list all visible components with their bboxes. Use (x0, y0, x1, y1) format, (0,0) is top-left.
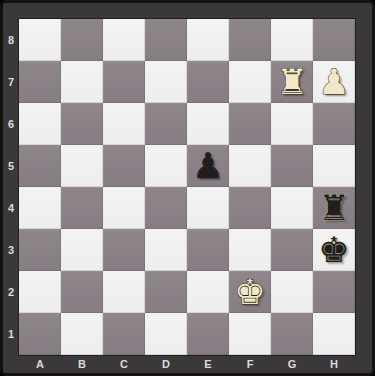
square-c4[interactable] (103, 187, 145, 229)
square-g5[interactable] (271, 145, 313, 187)
square-d8[interactable] (145, 19, 187, 61)
piece-black-rook[interactable]: ♜ (318, 187, 349, 229)
square-e8[interactable] (187, 19, 229, 61)
square-f2[interactable]: ♚ (229, 271, 271, 313)
piece-black-pawn[interactable]: ♟ (192, 145, 223, 187)
square-c2[interactable] (103, 271, 145, 313)
square-e1[interactable] (187, 313, 229, 355)
chess-diagram: 87654321 ♜♟♟♜♚♚ ABCDEFGH (0, 0, 375, 376)
square-b3[interactable] (61, 229, 103, 271)
rank-labels: 87654321 (3, 19, 19, 355)
square-b6[interactable] (61, 103, 103, 145)
square-h4[interactable]: ♜ (313, 187, 355, 229)
square-h1[interactable] (313, 313, 355, 355)
square-d7[interactable] (145, 61, 187, 103)
file-label-f: F (229, 355, 271, 373)
square-a2[interactable] (19, 271, 61, 313)
piece-white-king[interactable]: ♚ (234, 271, 265, 313)
square-c3[interactable] (103, 229, 145, 271)
square-e2[interactable] (187, 271, 229, 313)
square-h7[interactable]: ♟ (313, 61, 355, 103)
square-h3[interactable]: ♚ (313, 229, 355, 271)
rank-label-8: 8 (3, 19, 19, 61)
square-d5[interactable] (145, 145, 187, 187)
rank-label-5: 5 (3, 145, 19, 187)
piece-white-pawn[interactable]: ♟ (318, 61, 349, 103)
square-f1[interactable] (229, 313, 271, 355)
square-c8[interactable] (103, 19, 145, 61)
square-h2[interactable] (313, 271, 355, 313)
square-a8[interactable] (19, 19, 61, 61)
file-label-b: B (61, 355, 103, 373)
square-d6[interactable] (145, 103, 187, 145)
square-a3[interactable] (19, 229, 61, 271)
square-f5[interactable] (229, 145, 271, 187)
square-f7[interactable] (229, 61, 271, 103)
square-b1[interactable] (61, 313, 103, 355)
square-g4[interactable] (271, 187, 313, 229)
square-g2[interactable] (271, 271, 313, 313)
file-label-c: C (103, 355, 145, 373)
rank-label-4: 4 (3, 187, 19, 229)
square-f6[interactable] (229, 103, 271, 145)
file-label-d: D (145, 355, 187, 373)
chess-board: ♜♟♟♜♚♚ (19, 19, 355, 355)
square-d2[interactable] (145, 271, 187, 313)
square-g1[interactable] (271, 313, 313, 355)
square-a5[interactable] (19, 145, 61, 187)
square-e6[interactable] (187, 103, 229, 145)
square-f4[interactable] (229, 187, 271, 229)
piece-white-rook[interactable]: ♜ (276, 61, 307, 103)
square-b8[interactable] (61, 19, 103, 61)
square-d4[interactable] (145, 187, 187, 229)
file-labels: ABCDEFGH (19, 355, 355, 373)
square-f3[interactable] (229, 229, 271, 271)
piece-black-king[interactable]: ♚ (318, 229, 349, 271)
rank-label-1: 1 (3, 313, 19, 355)
file-label-a: A (19, 355, 61, 373)
square-a4[interactable] (19, 187, 61, 229)
square-g3[interactable] (271, 229, 313, 271)
rank-label-2: 2 (3, 271, 19, 313)
square-b4[interactable] (61, 187, 103, 229)
square-c7[interactable] (103, 61, 145, 103)
square-e3[interactable] (187, 229, 229, 271)
square-h6[interactable] (313, 103, 355, 145)
square-b5[interactable] (61, 145, 103, 187)
square-d1[interactable] (145, 313, 187, 355)
square-e7[interactable] (187, 61, 229, 103)
file-label-h: H (313, 355, 355, 373)
square-g8[interactable] (271, 19, 313, 61)
square-d3[interactable] (145, 229, 187, 271)
square-a1[interactable] (19, 313, 61, 355)
rank-label-3: 3 (3, 229, 19, 271)
square-a7[interactable] (19, 61, 61, 103)
file-label-g: G (271, 355, 313, 373)
square-c6[interactable] (103, 103, 145, 145)
square-b2[interactable] (61, 271, 103, 313)
square-c1[interactable] (103, 313, 145, 355)
square-c5[interactable] (103, 145, 145, 187)
rank-label-7: 7 (3, 61, 19, 103)
rank-label-6: 6 (3, 103, 19, 145)
file-label-e: E (187, 355, 229, 373)
square-f8[interactable] (229, 19, 271, 61)
square-g6[interactable] (271, 103, 313, 145)
square-g7[interactable]: ♜ (271, 61, 313, 103)
square-e5[interactable]: ♟ (187, 145, 229, 187)
square-b7[interactable] (61, 61, 103, 103)
square-h8[interactable] (313, 19, 355, 61)
square-h5[interactable] (313, 145, 355, 187)
square-a6[interactable] (19, 103, 61, 145)
square-e4[interactable] (187, 187, 229, 229)
